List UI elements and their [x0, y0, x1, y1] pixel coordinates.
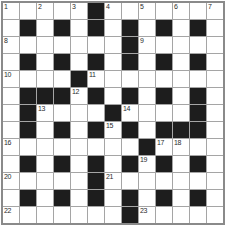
- block-r2c4: [54, 20, 70, 36]
- cell-r5c10[interactable]: [156, 71, 172, 87]
- block-r2c12: [190, 20, 206, 36]
- cell-r13c5[interactable]: [71, 207, 87, 223]
- cell-r1c5[interactable]: 3: [71, 3, 87, 19]
- cell-r9c1[interactable]: 16: [3, 139, 19, 155]
- cell-r5c6[interactable]: 11: [88, 71, 104, 87]
- block-r8c11: [173, 122, 189, 138]
- cell-r1c10[interactable]: [156, 3, 172, 19]
- block-r1c6: [88, 3, 104, 19]
- cell-r6c1[interactable]: [3, 88, 19, 104]
- cell-r2c7[interactable]: [105, 20, 121, 36]
- cell-r4c7[interactable]: [105, 54, 121, 70]
- cell-r1c8[interactable]: [122, 3, 138, 19]
- cell-r11c11[interactable]: [173, 173, 189, 189]
- block-r2c10: [156, 20, 172, 36]
- clue-number-8: 8: [4, 37, 8, 45]
- cell-r1c11[interactable]: 6: [173, 3, 189, 19]
- cell-r12c13[interactable]: [207, 190, 223, 206]
- block-r4c8: [122, 54, 138, 70]
- clue-number-7: 7: [208, 3, 212, 11]
- cell-r2c11[interactable]: [173, 20, 189, 36]
- cell-r5c1[interactable]: 10: [3, 71, 19, 87]
- cell-r10c9[interactable]: 19: [139, 156, 155, 172]
- block-r12c8: [122, 190, 138, 206]
- cell-r11c13[interactable]: [207, 173, 223, 189]
- crossword-grid: 1234567891011121314151617181920212223: [1, 1, 225, 225]
- cell-r13c2[interactable]: [20, 207, 36, 223]
- clue-number-2: 2: [38, 3, 42, 11]
- block-r12c10: [156, 190, 172, 206]
- cell-r13c1[interactable]: 22: [3, 207, 19, 223]
- cell-r9c3[interactable]: [37, 139, 53, 155]
- cell-r10c7[interactable]: [105, 156, 121, 172]
- block-r5c5: [71, 71, 87, 87]
- block-r6c8: [122, 88, 138, 104]
- cell-r9c11[interactable]: 18: [173, 139, 189, 155]
- cell-r12c5[interactable]: [71, 190, 87, 206]
- block-r8c10: [156, 122, 172, 138]
- cell-r3c7[interactable]: [105, 37, 121, 53]
- cell-r2c9[interactable]: [139, 20, 155, 36]
- cell-r4c11[interactable]: [173, 54, 189, 70]
- block-r2c8: [122, 20, 138, 36]
- block-r6c4: [54, 88, 70, 104]
- block-r4c4: [54, 54, 70, 70]
- cell-r5c3[interactable]: [37, 71, 53, 87]
- cell-r3c5[interactable]: [71, 37, 87, 53]
- cell-r5c13[interactable]: [207, 71, 223, 87]
- cell-r10c1[interactable]: [3, 156, 19, 172]
- cell-r3c6[interactable]: [88, 37, 104, 53]
- clue-number-5: 5: [140, 3, 144, 11]
- cell-r5c12[interactable]: [190, 71, 206, 87]
- clue-number-17: 17: [157, 139, 164, 147]
- clue-number-4: 4: [106, 3, 110, 11]
- cell-r1c4[interactable]: [54, 3, 70, 19]
- cell-r5c11[interactable]: [173, 71, 189, 87]
- cell-r7c3[interactable]: 13: [37, 105, 53, 121]
- cell-r5c4[interactable]: [54, 71, 70, 87]
- cell-r9c13[interactable]: [207, 139, 223, 155]
- cell-r5c7[interactable]: [105, 71, 121, 87]
- cell-r3c13[interactable]: [207, 37, 223, 53]
- cell-r8c3[interactable]: [37, 122, 53, 138]
- cell-r8c5[interactable]: [71, 122, 87, 138]
- clue-number-14: 14: [123, 105, 130, 113]
- cell-r1c3[interactable]: 2: [37, 3, 53, 19]
- block-r6c3: [37, 88, 53, 104]
- cell-r11c3[interactable]: [37, 173, 53, 189]
- cell-r3c12[interactable]: [190, 37, 206, 53]
- block-r10c12: [190, 156, 206, 172]
- cell-r6c5[interactable]: 12: [71, 88, 87, 104]
- block-r7c7: [105, 105, 121, 121]
- cell-r3c9[interactable]: 9: [139, 37, 155, 53]
- clue-number-23: 23: [140, 207, 147, 215]
- cell-r2c13[interactable]: [207, 20, 223, 36]
- cell-r1c13[interactable]: 7: [207, 3, 223, 19]
- block-r4c12: [190, 54, 206, 70]
- cell-r11c4[interactable]: [54, 173, 70, 189]
- clue-number-18: 18: [174, 139, 181, 147]
- cell-r12c11[interactable]: [173, 190, 189, 206]
- cell-r13c13[interactable]: [207, 207, 223, 223]
- clue-number-12: 12: [72, 88, 79, 96]
- cell-r3c2[interactable]: [20, 37, 36, 53]
- cell-r6c11[interactable]: [173, 88, 189, 104]
- cell-r4c9[interactable]: [139, 54, 155, 70]
- cell-r4c1[interactable]: [3, 54, 19, 70]
- cell-r9c7[interactable]: [105, 139, 121, 155]
- cell-r1c9[interactable]: 5: [139, 3, 155, 19]
- cell-r3c4[interactable]: [54, 37, 70, 53]
- cell-r1c2[interactable]: [20, 3, 36, 19]
- cell-r5c9[interactable]: [139, 71, 155, 87]
- cell-r13c6[interactable]: [88, 207, 104, 223]
- clue-number-3: 3: [72, 3, 76, 11]
- cell-r11c5[interactable]: [71, 173, 87, 189]
- block-r10c10: [156, 156, 172, 172]
- cell-r12c3[interactable]: [37, 190, 53, 206]
- cell-r4c13[interactable]: [207, 54, 223, 70]
- cell-r7c11[interactable]: [173, 105, 189, 121]
- cell-r7c6[interactable]: [88, 105, 104, 121]
- block-r8c6: [88, 122, 104, 138]
- cell-r4c3[interactable]: [37, 54, 53, 70]
- block-r8c8: [122, 122, 138, 138]
- cell-r13c10[interactable]: [156, 207, 172, 223]
- clue-number-10: 10: [4, 71, 11, 79]
- cell-r13c3[interactable]: [37, 207, 53, 223]
- clue-number-20: 20: [4, 173, 11, 181]
- cell-r2c1[interactable]: [3, 20, 19, 36]
- clue-number-21: 21: [106, 173, 113, 181]
- clue-number-9: 9: [140, 37, 144, 45]
- cell-r7c4[interactable]: [54, 105, 70, 121]
- block-r12c4: [54, 190, 70, 206]
- cell-r11c8[interactable]: [122, 173, 138, 189]
- cell-r10c13[interactable]: [207, 156, 223, 172]
- cell-r9c4[interactable]: [54, 139, 70, 155]
- cell-r3c3[interactable]: [37, 37, 53, 53]
- cell-r1c7[interactable]: 4: [105, 3, 121, 19]
- cell-r9c2[interactable]: [20, 139, 36, 155]
- cell-r5c8[interactable]: [122, 71, 138, 87]
- cell-r5c2[interactable]: [20, 71, 36, 87]
- cell-r7c8[interactable]: 14: [122, 105, 138, 121]
- cell-r6c9[interactable]: [139, 88, 155, 104]
- block-r2c2: [20, 20, 36, 36]
- clue-number-11: 11: [89, 71, 96, 79]
- cell-r12c7[interactable]: [105, 190, 121, 206]
- cell-r1c12[interactable]: [190, 3, 206, 19]
- block-r8c2: [20, 122, 36, 138]
- cell-r13c4[interactable]: [54, 207, 70, 223]
- block-r8c4: [54, 122, 70, 138]
- cell-r7c1[interactable]: [3, 105, 19, 121]
- block-r12c2: [20, 190, 36, 206]
- cell-r9c10[interactable]: 17: [156, 139, 172, 155]
- block-r11c6: [88, 173, 104, 189]
- cell-r8c13[interactable]: [207, 122, 223, 138]
- cell-r2c3[interactable]: [37, 20, 53, 36]
- cell-r9c5[interactable]: [71, 139, 87, 155]
- block-r4c6: [88, 54, 104, 70]
- cell-r7c5[interactable]: [71, 105, 87, 121]
- cell-r3c11[interactable]: [173, 37, 189, 53]
- cell-r10c11[interactable]: [173, 156, 189, 172]
- cell-r13c7[interactable]: [105, 207, 121, 223]
- block-r12c12: [190, 190, 206, 206]
- block-r8c12: [190, 122, 206, 138]
- block-r10c8: [122, 156, 138, 172]
- cell-r9c12[interactable]: [190, 139, 206, 155]
- block-r6c10: [156, 88, 172, 104]
- cell-r12c9[interactable]: [139, 190, 155, 206]
- block-r7c12: [190, 105, 206, 121]
- cell-r9c8[interactable]: [122, 139, 138, 155]
- cell-r11c9[interactable]: [139, 173, 155, 189]
- block-r10c6: [88, 156, 104, 172]
- clue-number-13: 13: [38, 105, 45, 113]
- cell-r9c6[interactable]: [88, 139, 104, 155]
- cell-r11c2[interactable]: [20, 173, 36, 189]
- cell-r2c5[interactable]: [71, 20, 87, 36]
- cell-r12c1[interactable]: [3, 190, 19, 206]
- block-r2c6: [88, 20, 104, 36]
- cell-r3c1[interactable]: 8: [3, 37, 19, 53]
- cell-r13c11[interactable]: [173, 207, 189, 223]
- cell-r11c1[interactable]: 20: [3, 173, 19, 189]
- block-r3c8: [122, 37, 138, 53]
- clue-number-6: 6: [174, 3, 178, 11]
- clue-number-1: 1: [4, 3, 8, 11]
- clue-number-19: 19: [140, 156, 147, 164]
- cell-r4c5[interactable]: [71, 54, 87, 70]
- cell-r10c3[interactable]: [37, 156, 53, 172]
- cell-r8c7[interactable]: 15: [105, 122, 121, 138]
- cell-r8c1[interactable]: [3, 122, 19, 138]
- cell-r1c1[interactable]: 1: [3, 3, 19, 19]
- block-r10c2: [20, 156, 36, 172]
- cell-r8c9[interactable]: [139, 122, 155, 138]
- clue-number-22: 22: [4, 207, 11, 215]
- block-r4c10: [156, 54, 172, 70]
- block-r10c4: [54, 156, 70, 172]
- cell-r13c12[interactable]: [190, 207, 206, 223]
- cell-r7c10[interactable]: [156, 105, 172, 121]
- cell-r6c7[interactable]: [105, 88, 121, 104]
- clue-number-15: 15: [106, 122, 113, 130]
- cell-r11c12[interactable]: [190, 173, 206, 189]
- block-r9c9: [139, 139, 155, 155]
- block-r6c12: [190, 88, 206, 104]
- block-r6c6: [88, 88, 104, 104]
- cell-r6c13[interactable]: [207, 88, 223, 104]
- block-r6c2: [20, 88, 36, 104]
- block-r7c2: [20, 105, 36, 121]
- cell-r11c10[interactable]: [156, 173, 172, 189]
- cell-r7c9[interactable]: [139, 105, 155, 121]
- cell-r3c10[interactable]: [156, 37, 172, 53]
- cell-r11c7[interactable]: 21: [105, 173, 121, 189]
- clue-number-16: 16: [4, 139, 11, 147]
- cell-r13c9[interactable]: 23: [139, 207, 155, 223]
- block-r12c6: [88, 190, 104, 206]
- cell-r7c13[interactable]: [207, 105, 223, 121]
- cell-r10c5[interactable]: [71, 156, 87, 172]
- block-r4c2: [20, 54, 36, 70]
- crossword-page: 1234567891011121314151617181920212223: [0, 1, 225, 226]
- block-r13c8: [122, 207, 138, 223]
